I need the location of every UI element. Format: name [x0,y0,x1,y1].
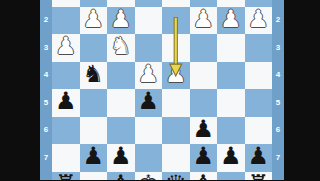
rank-label-right-6: 6 [272,125,284,135]
rank-label-left-5: 5 [40,98,52,108]
rank-label-left-2: 2 [40,15,52,25]
square-g6[interactable] [80,117,108,145]
rank-label-right-7: 7 [272,153,284,163]
square-d7[interactable] [162,144,190,172]
square-c2[interactable]: ♟ [190,7,218,35]
rank-label-right-2: 2 [272,15,284,25]
black-bishop: ♝ [192,171,214,181]
square-g8[interactable] [80,172,108,181]
square-a5[interactable] [245,89,273,117]
chess-board-frame: ♚♜♛♝♞♜♟♟♟♟♟♟♞♞♟♟♟♟♟♟♟♟♟♟♜♝♚♛♝♜ 112233445… [40,0,284,180]
chess-board: ♚♜♛♝♞♜♟♟♟♟♟♟♞♞♟♟♟♟♟♟♟♟♟♟♜♝♚♛♝♜ [52,0,272,180]
square-b6[interactable] [217,117,245,145]
rank-label-right-4: 4 [272,70,284,80]
square-e3[interactable] [135,34,163,62]
black-pawn: ♟ [192,143,214,171]
black-pawn: ♟ [192,116,214,144]
square-b4[interactable] [217,62,245,90]
square-f7[interactable]: ♟ [107,144,135,172]
square-c5[interactable] [190,89,218,117]
square-f3[interactable]: ♞ [107,34,135,62]
black-knight: ♞ [82,61,104,89]
black-bishop: ♝ [110,171,132,181]
rank-label-left-6: 6 [40,125,52,135]
square-b8[interactable] [217,172,245,181]
white-pawn: ♟ [220,6,242,34]
white-queen: ♛ [165,0,187,6]
white-pawn: ♟ [165,61,187,89]
rank-label-left-3: 3 [40,43,52,53]
black-rook: ♜ [55,171,77,181]
square-f4[interactable] [107,62,135,90]
square-b2[interactable]: ♟ [217,7,245,35]
square-b3[interactable] [217,34,245,62]
square-g7[interactable]: ♟ [80,144,108,172]
rank-label-right-5: 5 [272,98,284,108]
square-g2[interactable]: ♟ [80,7,108,35]
black-pawn: ♟ [55,88,77,116]
square-g4[interactable]: ♞ [80,62,108,90]
square-e6[interactable] [135,117,163,145]
white-pawn: ♟ [192,6,214,34]
rank-label-left-4: 4 [40,70,52,80]
black-pawn: ♟ [137,88,159,116]
square-h5[interactable]: ♟ [52,89,80,117]
square-e7[interactable] [135,144,163,172]
square-d8[interactable]: ♛ [162,172,190,181]
square-a8[interactable]: ♜ [245,172,273,181]
square-f2[interactable]: ♟ [107,7,135,35]
square-e2[interactable] [135,7,163,35]
square-g3[interactable] [80,34,108,62]
square-g5[interactable] [80,89,108,117]
square-c3[interactable] [190,34,218,62]
square-a4[interactable] [245,62,273,90]
square-c8[interactable]: ♝ [190,172,218,181]
white-pawn: ♟ [137,61,159,89]
rank-label-right-3: 3 [272,43,284,53]
black-rook: ♜ [247,171,269,181]
black-pawn: ♟ [110,143,132,171]
square-d5[interactable] [162,89,190,117]
square-d6[interactable] [162,117,190,145]
square-a3[interactable] [245,34,273,62]
square-h6[interactable] [52,117,80,145]
black-king: ♚ [137,171,159,181]
square-h3[interactable]: ♟ [52,34,80,62]
white-pawn: ♟ [247,6,269,34]
rank-label-left-7: 7 [40,153,52,163]
square-e5[interactable]: ♟ [135,89,163,117]
square-b5[interactable] [217,89,245,117]
square-h7[interactable] [52,144,80,172]
square-c6[interactable]: ♟ [190,117,218,145]
square-c7[interactable]: ♟ [190,144,218,172]
square-e8[interactable]: ♚ [135,172,163,181]
square-d4[interactable]: ♟ [162,62,190,90]
black-pawn: ♟ [82,143,104,171]
black-queen: ♛ [165,171,187,181]
square-a6[interactable] [245,117,273,145]
square-e4[interactable]: ♟ [135,62,163,90]
square-a7[interactable]: ♟ [245,144,273,172]
square-d3[interactable] [162,34,190,62]
white-pawn: ♟ [55,33,77,61]
square-a2[interactable]: ♟ [245,7,273,35]
square-f5[interactable] [107,89,135,117]
square-c4[interactable] [190,62,218,90]
white-knight: ♞ [110,33,132,61]
square-b7[interactable]: ♟ [217,144,245,172]
white-pawn: ♟ [110,6,132,34]
square-h8[interactable]: ♜ [52,172,80,181]
black-pawn: ♟ [220,143,242,171]
square-h4[interactable] [52,62,80,90]
square-f8[interactable]: ♝ [107,172,135,181]
white-pawn: ♟ [82,6,104,34]
square-f6[interactable] [107,117,135,145]
black-pawn: ♟ [247,143,269,171]
square-d2[interactable] [162,7,190,35]
square-h2[interactable] [52,7,80,35]
